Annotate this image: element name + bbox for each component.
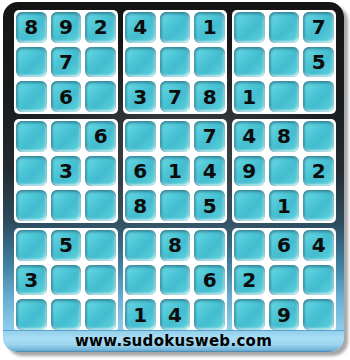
cell-r3c5[interactable]: 7 xyxy=(160,81,191,112)
box-6: 48921 xyxy=(232,119,336,223)
cell-r6c7[interactable] xyxy=(234,190,265,221)
cell-r2c5[interactable] xyxy=(160,47,191,78)
box-1: 89276 xyxy=(14,10,118,114)
cell-r9c5[interactable]: 4 xyxy=(160,299,191,330)
cell-r2c4[interactable] xyxy=(125,47,156,78)
cell-r3c7[interactable]: 1 xyxy=(234,81,265,112)
box-5: 761485 xyxy=(123,119,227,223)
cell-r9c2[interactable] xyxy=(51,299,82,330)
cell-r9c6[interactable] xyxy=(194,299,225,330)
cell-r1c2[interactable]: 9 xyxy=(51,12,82,43)
cell-r7c5[interactable]: 8 xyxy=(160,230,191,261)
cell-r4c7[interactable]: 4 xyxy=(234,121,265,152)
cell-r9c8[interactable]: 9 xyxy=(269,299,300,330)
cell-r7c4[interactable] xyxy=(125,230,156,261)
cell-r8c5[interactable] xyxy=(160,265,191,296)
cell-r4c9[interactable] xyxy=(303,121,334,152)
site-url: www.sudokusweb.com xyxy=(75,331,272,352)
cell-r7c2[interactable]: 5 xyxy=(51,230,82,261)
cell-r1c3[interactable]: 2 xyxy=(85,12,116,43)
cell-r7c6[interactable] xyxy=(194,230,225,261)
cell-r3c6[interactable]: 8 xyxy=(194,81,225,112)
cell-r2c2[interactable]: 7 xyxy=(51,47,82,78)
cell-r6c4[interactable]: 8 xyxy=(125,190,156,221)
cell-r6c8[interactable]: 1 xyxy=(269,190,300,221)
cell-r5c6[interactable]: 4 xyxy=(194,156,225,187)
cell-r8c3[interactable] xyxy=(85,265,116,296)
cell-r9c9[interactable] xyxy=(303,299,334,330)
cell-r5c8[interactable] xyxy=(269,156,300,187)
sudoku-grid: 892764137875163761485489215386146429 xyxy=(14,10,336,332)
box-9: 6429 xyxy=(232,228,336,332)
cell-r1c4[interactable]: 4 xyxy=(125,12,156,43)
cell-r2c9[interactable]: 5 xyxy=(303,47,334,78)
cell-r1c9[interactable]: 7 xyxy=(303,12,334,43)
cell-r3c2[interactable]: 6 xyxy=(51,81,82,112)
cell-r1c6[interactable]: 1 xyxy=(194,12,225,43)
cell-r3c9[interactable] xyxy=(303,81,334,112)
cell-r2c8[interactable] xyxy=(269,47,300,78)
cell-r6c2[interactable] xyxy=(51,190,82,221)
cell-r5c7[interactable]: 9 xyxy=(234,156,265,187)
cell-r3c8[interactable] xyxy=(269,81,300,112)
cell-r7c7[interactable] xyxy=(234,230,265,261)
cell-r4c1[interactable] xyxy=(16,121,47,152)
cell-r4c5[interactable] xyxy=(160,121,191,152)
cell-r8c7[interactable]: 2 xyxy=(234,265,265,296)
cell-r5c1[interactable] xyxy=(16,156,47,187)
cell-r6c5[interactable] xyxy=(160,190,191,221)
cell-r1c8[interactable] xyxy=(269,12,300,43)
cell-r8c1[interactable]: 3 xyxy=(16,265,47,296)
cell-r8c9[interactable] xyxy=(303,265,334,296)
cell-r7c3[interactable] xyxy=(85,230,116,261)
box-7: 53 xyxy=(14,228,118,332)
footer-strip: www.sudokusweb.com xyxy=(3,330,344,352)
box-8: 8614 xyxy=(123,228,227,332)
cell-r8c2[interactable] xyxy=(51,265,82,296)
cell-r4c8[interactable]: 8 xyxy=(269,121,300,152)
cell-r2c3[interactable] xyxy=(85,47,116,78)
box-3: 751 xyxy=(232,10,336,114)
board-frame: 892764137875163761485489215386146429 www… xyxy=(3,2,344,352)
cell-r7c1[interactable] xyxy=(16,230,47,261)
cell-r3c4[interactable]: 3 xyxy=(125,81,156,112)
cell-r8c8[interactable] xyxy=(269,265,300,296)
cell-r9c7[interactable] xyxy=(234,299,265,330)
cell-r4c6[interactable]: 7 xyxy=(194,121,225,152)
box-4: 63 xyxy=(14,119,118,223)
cell-r1c1[interactable]: 8 xyxy=(16,12,47,43)
cell-r5c4[interactable]: 6 xyxy=(125,156,156,187)
cell-r4c4[interactable] xyxy=(125,121,156,152)
cell-r6c1[interactable] xyxy=(16,190,47,221)
cell-r1c7[interactable] xyxy=(234,12,265,43)
box-2: 41378 xyxy=(123,10,227,114)
cell-r5c3[interactable] xyxy=(85,156,116,187)
cell-r5c2[interactable]: 3 xyxy=(51,156,82,187)
cell-r6c3[interactable] xyxy=(85,190,116,221)
cell-r9c1[interactable] xyxy=(16,299,47,330)
cell-r8c4[interactable] xyxy=(125,265,156,296)
cell-r3c1[interactable] xyxy=(16,81,47,112)
cell-r2c6[interactable] xyxy=(194,47,225,78)
cell-r5c9[interactable]: 2 xyxy=(303,156,334,187)
cell-r5c5[interactable]: 1 xyxy=(160,156,191,187)
cell-r9c4[interactable]: 1 xyxy=(125,299,156,330)
cell-r2c7[interactable] xyxy=(234,47,265,78)
cell-r4c2[interactable] xyxy=(51,121,82,152)
cell-r7c9[interactable]: 4 xyxy=(303,230,334,261)
cell-r6c9[interactable] xyxy=(303,190,334,221)
cell-r6c6[interactable]: 5 xyxy=(194,190,225,221)
cell-r8c6[interactable]: 6 xyxy=(194,265,225,296)
cell-r7c8[interactable]: 6 xyxy=(269,230,300,261)
cell-r1c5[interactable] xyxy=(160,12,191,43)
cell-r2c1[interactable] xyxy=(16,47,47,78)
cell-r9c3[interactable] xyxy=(85,299,116,330)
cell-r4c3[interactable]: 6 xyxy=(85,121,116,152)
cell-r3c3[interactable] xyxy=(85,81,116,112)
